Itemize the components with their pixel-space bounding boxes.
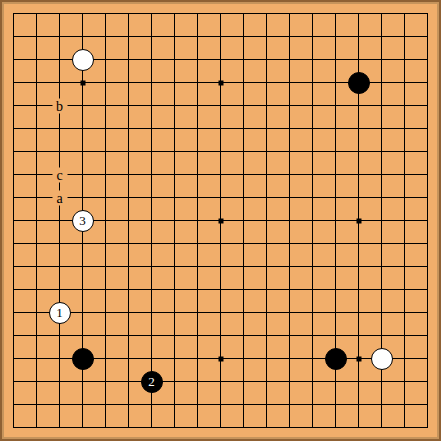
point-label-a[interactable]: a [52, 190, 67, 205]
star-point [218, 80, 223, 85]
stone-black-g3: 2 [141, 371, 163, 393]
star-point [356, 218, 361, 223]
move-number: 2 [148, 375, 155, 388]
star-point [218, 218, 223, 223]
star-point [80, 80, 85, 85]
stone-white-r4 [371, 348, 393, 370]
move-number: 3 [79, 214, 86, 227]
stone-black-d4 [72, 348, 94, 370]
go-board-diagram[interactable]: 312bca [0, 0, 441, 441]
point-label-c[interactable]: c [52, 167, 67, 182]
star-point [356, 356, 361, 361]
move-number: 1 [56, 306, 63, 319]
star-point [218, 356, 223, 361]
stone-black-q16 [348, 72, 370, 94]
stone-white-d17 [72, 49, 94, 71]
stone-black-p4 [325, 348, 347, 370]
point-label-b[interactable]: b [52, 98, 67, 113]
stone-white-d10: 3 [72, 210, 94, 232]
stone-white-c6: 1 [49, 302, 71, 324]
